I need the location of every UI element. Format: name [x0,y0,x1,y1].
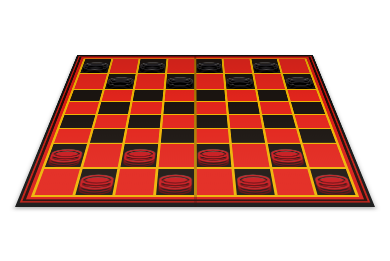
square-c5[interactable] [131,102,163,114]
square-g4[interactable] [262,115,296,128]
square-g5[interactable] [260,102,293,114]
checker-black[interactable]: ⛂ [138,59,166,73]
checker-red[interactable]: ⛂ [45,143,87,166]
square-g7[interactable] [254,74,285,89]
checker-black[interactable]: ⛂ [196,59,223,73]
square-h4[interactable] [295,115,330,128]
square-e5[interactable] [196,102,226,114]
square-f7[interactable]: ⛂ [225,74,255,89]
square-e7[interactable] [196,74,224,89]
square-b6[interactable] [101,90,132,101]
square-f8[interactable] [224,59,252,73]
checker-black[interactable]: ⛂ [80,59,111,73]
square-e8[interactable]: ⛂ [196,59,223,73]
square-h3[interactable] [299,129,336,143]
photo-scene: ⛂⛂⛂⛂⛂⛂⛂⛂⛂⛂⛂⛂⛂⛂⛂⛂ [0,0,390,261]
square-c8[interactable]: ⛂ [138,59,166,73]
checker-black[interactable]: ⛂ [283,73,316,88]
square-a7[interactable] [74,74,107,89]
checker-red[interactable]: ⛂ [156,168,194,194]
checker-black[interactable]: ⛂ [225,73,255,88]
square-b8[interactable] [109,59,139,73]
square-a1[interactable] [34,169,79,195]
square-f5[interactable] [228,102,260,114]
square-d8[interactable] [167,59,194,73]
square-e2[interactable]: ⛂ [196,144,231,167]
checker-red[interactable]: ⛂ [75,168,117,194]
square-f2[interactable] [232,144,269,167]
square-b5[interactable] [98,102,131,114]
square-a6[interactable] [70,90,102,101]
checker-red[interactable]: ⛂ [267,143,306,166]
square-a8[interactable]: ⛂ [80,59,111,73]
square-h1[interactable]: ⛂ [310,169,355,195]
checker-red[interactable]: ⛂ [234,168,274,194]
square-h6[interactable] [288,90,320,101]
square-c7[interactable] [135,74,165,89]
square-e4[interactable] [196,115,228,128]
square-d7[interactable]: ⛂ [166,74,194,89]
square-d2[interactable] [159,144,194,167]
square-h5[interactable] [291,102,325,114]
square-h8[interactable] [279,59,310,73]
square-g8[interactable]: ⛂ [251,59,281,73]
checker-red[interactable]: ⛂ [310,168,355,194]
board-grid: ⛂⛂⛂⛂⛂⛂⛂⛂⛂⛂⛂⛂⛂⛂⛂⛂ [31,58,359,196]
square-h7[interactable]: ⛂ [283,74,316,89]
square-d6[interactable] [165,90,194,101]
square-f1[interactable]: ⛂ [234,169,274,195]
checkers-board: ⛂⛂⛂⛂⛂⛂⛂⛂⛂⛂⛂⛂⛂⛂⛂⛂ [15,55,375,207]
checker-black[interactable]: ⛂ [105,73,136,88]
square-b3[interactable] [90,129,126,143]
square-a5[interactable] [65,102,99,114]
square-c1[interactable] [115,169,155,195]
square-h2[interactable] [303,144,345,167]
square-a2[interactable]: ⛂ [45,144,87,167]
checker-black[interactable]: ⛂ [251,59,280,73]
square-g2[interactable]: ⛂ [268,144,308,167]
square-g6[interactable] [257,90,288,101]
square-d5[interactable] [163,102,193,114]
square-d3[interactable] [161,129,194,143]
square-f3[interactable] [230,129,264,143]
square-e1[interactable] [196,169,234,195]
square-b2[interactable] [83,144,123,167]
square-d4[interactable] [162,115,194,128]
square-c6[interactable] [133,90,163,101]
square-b7[interactable]: ⛂ [105,74,136,89]
square-c4[interactable] [128,115,161,128]
square-b4[interactable] [94,115,128,128]
square-d1[interactable]: ⛂ [156,169,194,195]
square-c2[interactable]: ⛂ [121,144,158,167]
checker-black[interactable]: ⛂ [166,73,194,88]
square-a4[interactable] [60,115,95,128]
square-f4[interactable] [229,115,262,128]
checker-red[interactable]: ⛂ [196,143,231,166]
square-f6[interactable] [227,90,257,101]
square-b1[interactable]: ⛂ [75,169,118,195]
checker-red[interactable]: ⛂ [121,143,158,166]
square-e6[interactable] [196,90,225,101]
square-g1[interactable] [272,169,315,195]
